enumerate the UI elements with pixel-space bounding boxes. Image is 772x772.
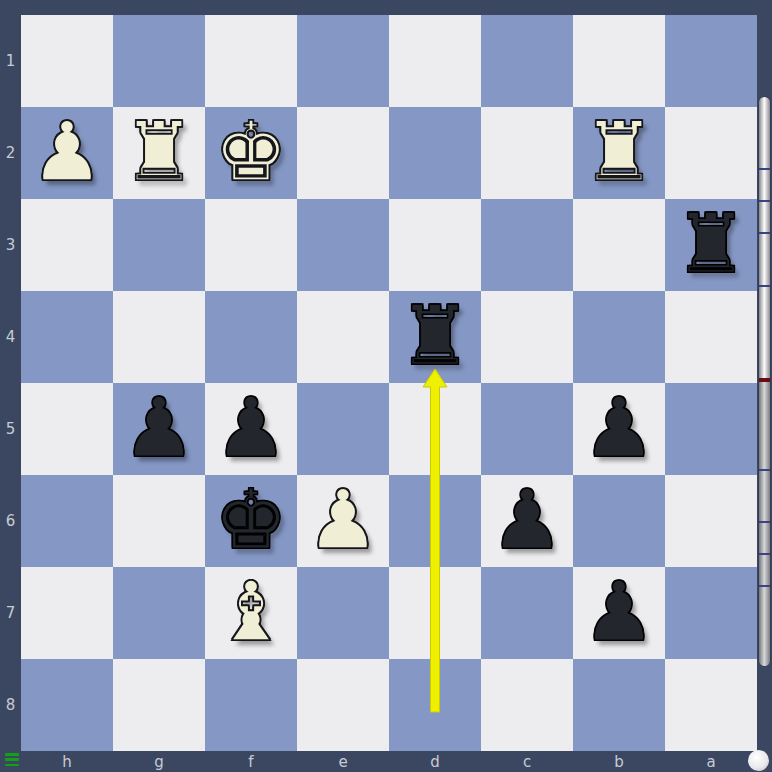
square-h8[interactable] [21,659,113,751]
square-c4[interactable] [481,291,573,383]
piece-black-rook-d4[interactable]: ♜ [398,295,472,377]
eval-gauge-tick [759,285,770,287]
piece-black-rook-a3[interactable]: ♜ [674,203,748,285]
piece-white-rook-b2[interactable]: ♜ [582,111,656,193]
eval-gauge-tick [759,200,770,202]
square-e2[interactable] [297,107,389,199]
piece-white-rook-g2[interactable]: ♜ [122,111,196,193]
square-d8[interactable] [389,659,481,751]
square-h4[interactable] [21,291,113,383]
square-b3[interactable] [573,199,665,291]
square-h7[interactable] [21,567,113,659]
square-e6[interactable]: ♟ [297,475,389,567]
square-d3[interactable] [389,199,481,291]
square-c5[interactable] [481,383,573,475]
square-a1[interactable] [665,15,757,107]
rank-label-6: 6 [0,475,21,567]
square-h3[interactable] [21,199,113,291]
square-a3[interactable]: ♜ [665,199,757,291]
piece-black-king-f6[interactable]: ♚ [214,479,288,561]
square-h6[interactable] [21,475,113,567]
piece-black-pawn-b7[interactable]: ♟ [582,571,656,653]
square-h2[interactable]: ♟ [21,107,113,199]
square-g4[interactable] [113,291,205,383]
square-c6[interactable]: ♟ [481,475,573,567]
file-label-f: f [205,751,297,772]
rank-labels: 12345678 [0,15,21,751]
square-f4[interactable] [205,291,297,383]
file-label-g: g [113,751,205,772]
file-label-c: c [481,751,573,772]
rank-label-4: 4 [0,291,21,383]
eval-gauge-tick [759,232,770,234]
square-c3[interactable] [481,199,573,291]
eval-gauge-tick [759,553,770,555]
square-b2[interactable]: ♜ [573,107,665,199]
piece-white-pawn-h2[interactable]: ♟ [30,111,104,193]
file-label-h: h [21,751,113,772]
board-grid: ♟♜♚♜♜♜♟♟♟♚♟♟♝♟ [21,15,757,751]
square-b1[interactable] [573,15,665,107]
square-g3[interactable] [113,199,205,291]
square-g5[interactable]: ♟ [113,383,205,475]
square-d7[interactable] [389,567,481,659]
piece-black-pawn-f5[interactable]: ♟ [214,387,288,469]
eval-gauge-tick [759,469,770,471]
square-b5[interactable]: ♟ [573,383,665,475]
corner-dot-button[interactable] [748,750,769,771]
file-label-e: e [297,751,389,772]
menu-icon-bar [5,758,19,761]
square-f8[interactable] [205,659,297,751]
rank-label-5: 5 [0,383,21,475]
rank-label-2: 2 [0,107,21,199]
square-b6[interactable] [573,475,665,567]
square-f2[interactable]: ♚ [205,107,297,199]
rank-label-7: 7 [0,567,21,659]
square-g1[interactable] [113,15,205,107]
square-c7[interactable] [481,567,573,659]
square-d6[interactable] [389,475,481,567]
piece-white-bishop-f7[interactable]: ♝ [214,571,288,653]
piece-black-pawn-c6[interactable]: ♟ [490,479,564,561]
file-label-b: b [573,751,665,772]
square-a2[interactable] [665,107,757,199]
square-f7[interactable]: ♝ [205,567,297,659]
eval-gauge-tick [759,168,770,170]
square-d4[interactable]: ♜ [389,291,481,383]
square-a7[interactable] [665,567,757,659]
square-g6[interactable] [113,475,205,567]
square-f1[interactable] [205,15,297,107]
square-c2[interactable] [481,107,573,199]
square-e7[interactable] [297,567,389,659]
square-c8[interactable] [481,659,573,751]
square-f3[interactable] [205,199,297,291]
square-a6[interactable] [665,475,757,567]
square-g2[interactable]: ♜ [113,107,205,199]
rank-label-3: 3 [0,199,21,291]
square-e4[interactable] [297,291,389,383]
eval-gauge-tick [759,521,770,523]
menu-icon[interactable] [5,753,19,766]
square-e1[interactable] [297,15,389,107]
chess-app-window: 12345678 ♟♜♚♜♜♜♟♟♟♚♟♟♝♟ hgfedcba [0,0,772,772]
eval-gauge-tick [759,585,770,587]
square-a5[interactable] [665,383,757,475]
square-e8[interactable] [297,659,389,751]
square-b7[interactable]: ♟ [573,567,665,659]
square-g8[interactable] [113,659,205,751]
file-labels: hgfedcba [21,751,757,772]
eval-gauge-center-marker [759,378,770,382]
file-label-d: d [389,751,481,772]
square-c1[interactable] [481,15,573,107]
file-label-a: a [665,751,757,772]
square-e5[interactable] [297,383,389,475]
eval-gauge-lower-shade [759,382,770,666]
square-h5[interactable] [21,383,113,475]
square-e3[interactable] [297,199,389,291]
rank-label-1: 1 [0,15,21,107]
square-f5[interactable]: ♟ [205,383,297,475]
menu-icon-bar [5,764,19,767]
square-h1[interactable] [21,15,113,107]
square-b8[interactable] [573,659,665,751]
piece-black-pawn-b5[interactable]: ♟ [582,387,656,469]
piece-white-king-f2[interactable]: ♚ [214,111,288,193]
menu-icon-bar [5,753,19,756]
square-d1[interactable] [389,15,481,107]
piece-black-pawn-g5[interactable]: ♟ [122,387,196,469]
square-d2[interactable] [389,107,481,199]
square-a8[interactable] [665,659,757,751]
piece-white-pawn-e6[interactable]: ♟ [306,479,380,561]
square-b4[interactable] [573,291,665,383]
square-d5[interactable] [389,383,481,475]
square-a4[interactable] [665,291,757,383]
square-g7[interactable] [113,567,205,659]
eval-gauge[interactable] [759,97,770,666]
square-f6[interactable]: ♚ [205,475,297,567]
rank-label-8: 8 [0,659,21,751]
